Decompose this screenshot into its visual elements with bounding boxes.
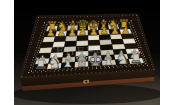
right-white-margin <box>160 0 175 105</box>
piece-gold-p-b7: ♟ <box>57 26 66 38</box>
piece-gold-p-f7: ♟ <box>100 24 109 36</box>
piece-gold-p-a7: ♟ <box>46 26 55 38</box>
left-white-margin <box>0 0 14 105</box>
thumbnail-canvas: ♜♞♝♛♚♝♞♜♟♟♟♟♟♟♟♟♟♟♟♟♟♟♟♟♜♞♝♛♚♝♞♜ТЕНЕРА <box>0 0 175 105</box>
latch-keyhole <box>85 81 87 83</box>
piece-silver-n-g1: ♞ <box>116 49 130 68</box>
piece-gold-p-e7: ♟ <box>89 25 98 37</box>
piece-silver-r-h1: ♜ <box>129 48 143 67</box>
piece-gold-p-h7: ♟ <box>121 24 130 36</box>
piece-gold-p-c7: ♟ <box>67 26 76 38</box>
chess-set-photo: ♜♞♝♛♚♝♞♜♟♟♟♟♟♟♟♟♟♟♟♟♟♟♟♟♜♞♝♛♚♝♞♜ТЕНЕРА <box>14 0 160 105</box>
watermark: ТЕНЕРА <box>47 45 105 58</box>
square-g5 <box>111 39 124 45</box>
piece-gold-p-d7: ♟ <box>78 25 87 37</box>
piece-gold-p-g7: ♟ <box>110 24 119 36</box>
piece-silver-r-a1: ♜ <box>34 54 48 73</box>
square-h5 <box>123 39 137 45</box>
chess-scene: ♜♞♝♛♚♝♞♜♟♟♟♟♟♟♟♟♟♟♟♟♟♟♟♟♜♞♝♛♚♝♞♜ТЕНЕРА <box>14 0 160 105</box>
